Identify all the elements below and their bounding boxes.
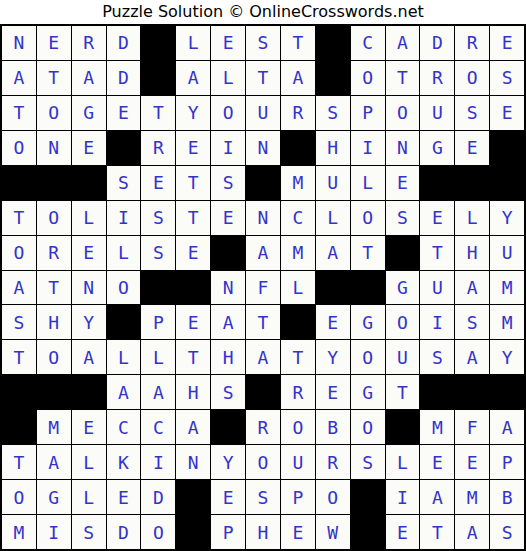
letter-cell-r9c15: M <box>490 305 524 339</box>
letter-cell-r6c9: C <box>281 201 315 235</box>
letter-cell-r1c7: E <box>211 26 245 60</box>
letter-cell-r8c7: N <box>211 271 245 305</box>
block-cell-r8c5 <box>141 271 175 305</box>
letter-cell-r4c13: G <box>420 131 454 165</box>
letter-cell-r11c9: R <box>281 375 315 409</box>
block-cell-r5c8 <box>246 166 280 200</box>
letter-cell-r1c6: L <box>176 26 210 60</box>
letter-cell-r4c10: H <box>316 131 350 165</box>
letter-cell-r3c3: G <box>72 96 106 130</box>
letter-cell-r2c3: A <box>72 61 106 95</box>
letter-cell-r7c3: E <box>72 236 106 270</box>
letter-cell-r13c2: A <box>37 445 71 479</box>
block-cell-r8c6 <box>176 271 210 305</box>
letter-cell-r14c7: E <box>211 480 245 514</box>
block-cell-r14c11 <box>351 480 385 514</box>
letter-cell-r13c1: T <box>2 445 36 479</box>
letter-cell-r11c12: T <box>386 375 420 409</box>
letter-cell-r3c8: U <box>246 96 280 130</box>
letter-cell-r7c8: A <box>246 236 280 270</box>
letter-cell-r4c6: E <box>176 131 210 165</box>
block-cell-r4c9 <box>281 131 315 165</box>
letter-cell-r3c2: O <box>37 96 71 130</box>
letter-cell-r2c8: T <box>246 61 280 95</box>
letter-cell-r9c6: E <box>176 305 210 339</box>
letter-cell-r8c12: G <box>386 271 420 305</box>
block-cell-r9c4 <box>107 305 141 339</box>
letter-cell-r8c15: M <box>490 271 524 305</box>
letter-cell-r13c7: Y <box>211 445 245 479</box>
block-cell-r11c13 <box>420 375 454 409</box>
letter-cell-r9c11: G <box>351 305 385 339</box>
letter-cell-r2c1: A <box>2 61 36 95</box>
letter-cell-r9c12: O <box>386 305 420 339</box>
letter-cell-r6c4: I <box>107 201 141 235</box>
block-cell-r7c7 <box>211 236 245 270</box>
letter-cell-r11c11: G <box>351 375 385 409</box>
letter-cell-r15c12: E <box>386 515 420 549</box>
letter-cell-r14c8: S <box>246 480 280 514</box>
letter-cell-r10c1: T <box>2 340 36 374</box>
letter-cell-r9c1: S <box>2 305 36 339</box>
letter-cell-r14c14: M <box>455 480 489 514</box>
letter-cell-r14c9: P <box>281 480 315 514</box>
letter-cell-r9c3: Y <box>72 305 106 339</box>
letter-cell-r8c2: T <box>37 271 71 305</box>
letter-cell-r2c4: D <box>107 61 141 95</box>
letter-cell-r14c13: A <box>420 480 454 514</box>
letter-cell-r8c8: F <box>246 271 280 305</box>
block-cell-r4c15 <box>490 131 524 165</box>
letter-cell-r5c5: E <box>141 166 175 200</box>
block-cell-r9c9 <box>281 305 315 339</box>
letter-cell-r2c12: T <box>386 61 420 95</box>
page-title: Puzzle Solution © OnlineCrosswords.net <box>0 0 526 23</box>
letter-cell-r3c1: T <box>2 96 36 130</box>
letter-cell-r10c7: H <box>211 340 245 374</box>
letter-cell-r1c15: E <box>490 26 524 60</box>
letter-cell-r11c10: E <box>316 375 350 409</box>
letter-cell-r13c14: E <box>455 445 489 479</box>
letter-cell-r2c11: O <box>351 61 385 95</box>
letter-cell-r15c4: D <box>107 515 141 549</box>
letter-cell-r5c9: M <box>281 166 315 200</box>
letter-cell-r3c10: S <box>316 96 350 130</box>
letter-cell-r10c8: A <box>246 340 280 374</box>
letter-cell-r10c5: L <box>141 340 175 374</box>
letter-cell-r1c3: R <box>72 26 106 60</box>
block-cell-r1c5 <box>141 26 175 60</box>
letter-cell-r3c14: S <box>455 96 489 130</box>
letter-cell-r7c1: O <box>2 236 36 270</box>
letter-cell-r12c9: O <box>281 410 315 444</box>
letter-cell-r13c5: I <box>141 445 175 479</box>
letter-cell-r13c3: L <box>72 445 106 479</box>
letter-cell-r12c11: O <box>351 410 385 444</box>
letter-cell-r11c4: A <box>107 375 141 409</box>
letter-cell-r12c13: M <box>420 410 454 444</box>
letter-cell-r4c5: R <box>141 131 175 165</box>
letter-cell-r10c3: A <box>72 340 106 374</box>
letter-cell-r6c2: O <box>37 201 71 235</box>
letter-cell-r11c7: S <box>211 375 245 409</box>
letter-cell-r8c14: A <box>455 271 489 305</box>
letter-cell-r14c15: B <box>490 480 524 514</box>
letter-cell-r13c10: R <box>316 445 350 479</box>
block-cell-r1c10 <box>316 26 350 60</box>
block-cell-r7c12 <box>386 236 420 270</box>
letter-cell-r10c4: L <box>107 340 141 374</box>
letter-cell-r10c13: S <box>420 340 454 374</box>
block-cell-r11c1 <box>2 375 36 409</box>
block-cell-r11c14 <box>455 375 489 409</box>
letter-cell-r5c12: E <box>386 166 420 200</box>
letter-cell-r7c15: U <box>490 236 524 270</box>
block-cell-r5c1 <box>2 166 36 200</box>
letter-cell-r14c2: G <box>37 480 71 514</box>
crossword-grid: NERDLESTCADREATADALTAOTROSTOGETYOURSPOUS… <box>0 24 526 551</box>
letter-cell-r12c5: C <box>141 410 175 444</box>
letter-cell-r13c6: N <box>176 445 210 479</box>
letter-cell-r7c9: M <box>281 236 315 270</box>
letter-cell-r15c8: H <box>246 515 280 549</box>
letter-cell-r8c9: L <box>281 271 315 305</box>
block-cell-r5c2 <box>37 166 71 200</box>
letter-cell-r4c7: I <box>211 131 245 165</box>
letter-cell-r6c10: L <box>316 201 350 235</box>
letter-cell-r3c4: E <box>107 96 141 130</box>
letter-cell-r3c9: R <box>281 96 315 130</box>
letter-cell-r15c2: I <box>37 515 71 549</box>
letter-cell-r1c13: D <box>420 26 454 60</box>
block-cell-r2c10 <box>316 61 350 95</box>
block-cell-r14c6 <box>176 480 210 514</box>
letter-cell-r9c5: P <box>141 305 175 339</box>
letter-cell-r15c5: O <box>141 515 175 549</box>
letter-cell-r4c11: I <box>351 131 385 165</box>
letter-cell-r12c10: B <box>316 410 350 444</box>
letter-cell-r15c15: S <box>490 515 524 549</box>
letter-cell-r14c12: I <box>386 480 420 514</box>
letter-cell-r14c1: O <box>2 480 36 514</box>
letter-cell-r7c13: T <box>420 236 454 270</box>
letter-cell-r6c7: E <box>211 201 245 235</box>
letter-cell-r4c1: O <box>2 131 36 165</box>
letter-cell-r2c9: A <box>281 61 315 95</box>
block-cell-r15c11 <box>351 515 385 549</box>
letter-cell-r7c2: R <box>37 236 71 270</box>
letter-cell-r4c12: N <box>386 131 420 165</box>
letter-cell-r9c14: S <box>455 305 489 339</box>
block-cell-r5c15 <box>490 166 524 200</box>
letter-cell-r13c12: L <box>386 445 420 479</box>
block-cell-r11c8 <box>246 375 280 409</box>
letter-cell-r3c6: Y <box>176 96 210 130</box>
letter-cell-r3c13: U <box>420 96 454 130</box>
letter-cell-r8c3: N <box>72 271 106 305</box>
letter-cell-r10c6: T <box>176 340 210 374</box>
letter-cell-r8c1: A <box>2 271 36 305</box>
letter-cell-r5c7: S <box>211 166 245 200</box>
letter-cell-r13c9: U <box>281 445 315 479</box>
letter-cell-r11c5: A <box>141 375 175 409</box>
letter-cell-r2c15: S <box>490 61 524 95</box>
letter-cell-r1c9: T <box>281 26 315 60</box>
letter-cell-r2c7: L <box>211 61 245 95</box>
block-cell-r8c11 <box>351 271 385 305</box>
letter-cell-r6c11: O <box>351 201 385 235</box>
letter-cell-r12c6: A <box>176 410 210 444</box>
letter-cell-r1c1: N <box>2 26 36 60</box>
letter-cell-r1c2: E <box>37 26 71 60</box>
letter-cell-r15c13: T <box>420 515 454 549</box>
letter-cell-r14c4: E <box>107 480 141 514</box>
letter-cell-r10c11: O <box>351 340 385 374</box>
letter-cell-r9c8: T <box>246 305 280 339</box>
letter-cell-r5c4: S <box>107 166 141 200</box>
letter-cell-r15c10: W <box>316 515 350 549</box>
letter-cell-r9c7: A <box>211 305 245 339</box>
letter-cell-r5c10: U <box>316 166 350 200</box>
letter-cell-r7c4: L <box>107 236 141 270</box>
letter-cell-r6c13: E <box>420 201 454 235</box>
block-cell-r4c4 <box>107 131 141 165</box>
letter-cell-r12c15: A <box>490 410 524 444</box>
letter-cell-r3c12: O <box>386 96 420 130</box>
letter-cell-r14c5: D <box>141 480 175 514</box>
letter-cell-r2c13: R <box>420 61 454 95</box>
letter-cell-r6c8: N <box>246 201 280 235</box>
letter-cell-r12c4: C <box>107 410 141 444</box>
letter-cell-r3c7: O <box>211 96 245 130</box>
block-cell-r12c12 <box>386 410 420 444</box>
letter-cell-r1c12: A <box>386 26 420 60</box>
letter-cell-r1c11: C <box>351 26 385 60</box>
letter-cell-r10c12: U <box>386 340 420 374</box>
letter-cell-r3c5: T <box>141 96 175 130</box>
letter-cell-r7c14: H <box>455 236 489 270</box>
letter-cell-r1c4: D <box>107 26 141 60</box>
letter-cell-r1c8: S <box>246 26 280 60</box>
letter-cell-r2c6: A <box>176 61 210 95</box>
letter-cell-r2c2: T <box>37 61 71 95</box>
letter-cell-r7c5: S <box>141 236 175 270</box>
letter-cell-r3c15: E <box>490 96 524 130</box>
block-cell-r11c2 <box>37 375 71 409</box>
letter-cell-r15c14: A <box>455 515 489 549</box>
letter-cell-r12c8: R <box>246 410 280 444</box>
letter-cell-r9c13: I <box>420 305 454 339</box>
letter-cell-r2c14: O <box>455 61 489 95</box>
letter-cell-r13c15: P <box>490 445 524 479</box>
letter-cell-r15c9: E <box>281 515 315 549</box>
letter-cell-r6c12: S <box>386 201 420 235</box>
letter-cell-r1c14: R <box>455 26 489 60</box>
letter-cell-r10c2: O <box>37 340 71 374</box>
letter-cell-r6c3: L <box>72 201 106 235</box>
letter-cell-r12c2: M <box>37 410 71 444</box>
letter-cell-r13c11: S <box>351 445 385 479</box>
letter-cell-r9c2: H <box>37 305 71 339</box>
block-cell-r12c7 <box>211 410 245 444</box>
letter-cell-r15c7: P <box>211 515 245 549</box>
letter-cell-r6c15: Y <box>490 201 524 235</box>
letter-cell-r5c11: L <box>351 166 385 200</box>
letter-cell-r14c10: O <box>316 480 350 514</box>
letter-cell-r6c5: S <box>141 201 175 235</box>
letter-cell-r12c14: F <box>455 410 489 444</box>
letter-cell-r7c11: T <box>351 236 385 270</box>
letter-cell-r3c11: P <box>351 96 385 130</box>
letter-cell-r8c13: U <box>420 271 454 305</box>
puzzle-page: Puzzle Solution © OnlineCrosswords.net N… <box>0 0 526 551</box>
letter-cell-r10c10: Y <box>316 340 350 374</box>
block-cell-r5c14 <box>455 166 489 200</box>
letter-cell-r13c4: K <box>107 445 141 479</box>
block-cell-r8c10 <box>316 271 350 305</box>
letter-cell-r6c1: T <box>2 201 36 235</box>
letter-cell-r8c4: O <box>107 271 141 305</box>
letter-cell-r10c14: A <box>455 340 489 374</box>
letter-cell-r9c10: E <box>316 305 350 339</box>
letter-cell-r7c10: A <box>316 236 350 270</box>
block-cell-r5c13 <box>420 166 454 200</box>
letter-cell-r4c8: N <box>246 131 280 165</box>
letter-cell-r15c3: S <box>72 515 106 549</box>
letter-cell-r6c6: T <box>176 201 210 235</box>
block-cell-r12c1 <box>2 410 36 444</box>
letter-cell-r10c15: Y <box>490 340 524 374</box>
letter-cell-r13c8: O <box>246 445 280 479</box>
letter-cell-r4c3: E <box>72 131 106 165</box>
block-cell-r2c5 <box>141 61 175 95</box>
letter-cell-r11c6: H <box>176 375 210 409</box>
block-cell-r11c3 <box>72 375 106 409</box>
block-cell-r11c15 <box>490 375 524 409</box>
block-cell-r5c3 <box>72 166 106 200</box>
block-cell-r15c6 <box>176 515 210 549</box>
letter-cell-r13c13: E <box>420 445 454 479</box>
letter-cell-r4c2: N <box>37 131 71 165</box>
letter-cell-r10c9: T <box>281 340 315 374</box>
letter-cell-r5c6: T <box>176 166 210 200</box>
letter-cell-r12c3: E <box>72 410 106 444</box>
letter-cell-r15c1: M <box>2 515 36 549</box>
letter-cell-r4c14: E <box>455 131 489 165</box>
letter-cell-r7c6: E <box>176 236 210 270</box>
letter-cell-r6c14: L <box>455 201 489 235</box>
letter-cell-r14c3: L <box>72 480 106 514</box>
